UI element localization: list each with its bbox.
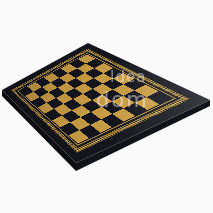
- product-photo: Idea dom: [0, 0, 213, 213]
